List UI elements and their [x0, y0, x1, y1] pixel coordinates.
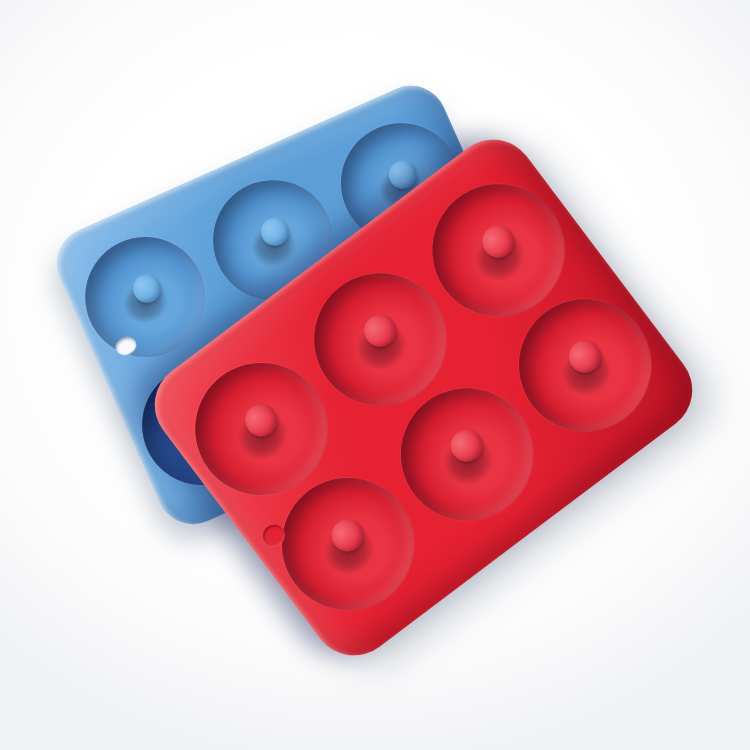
- product-photo-stage: [0, 0, 750, 750]
